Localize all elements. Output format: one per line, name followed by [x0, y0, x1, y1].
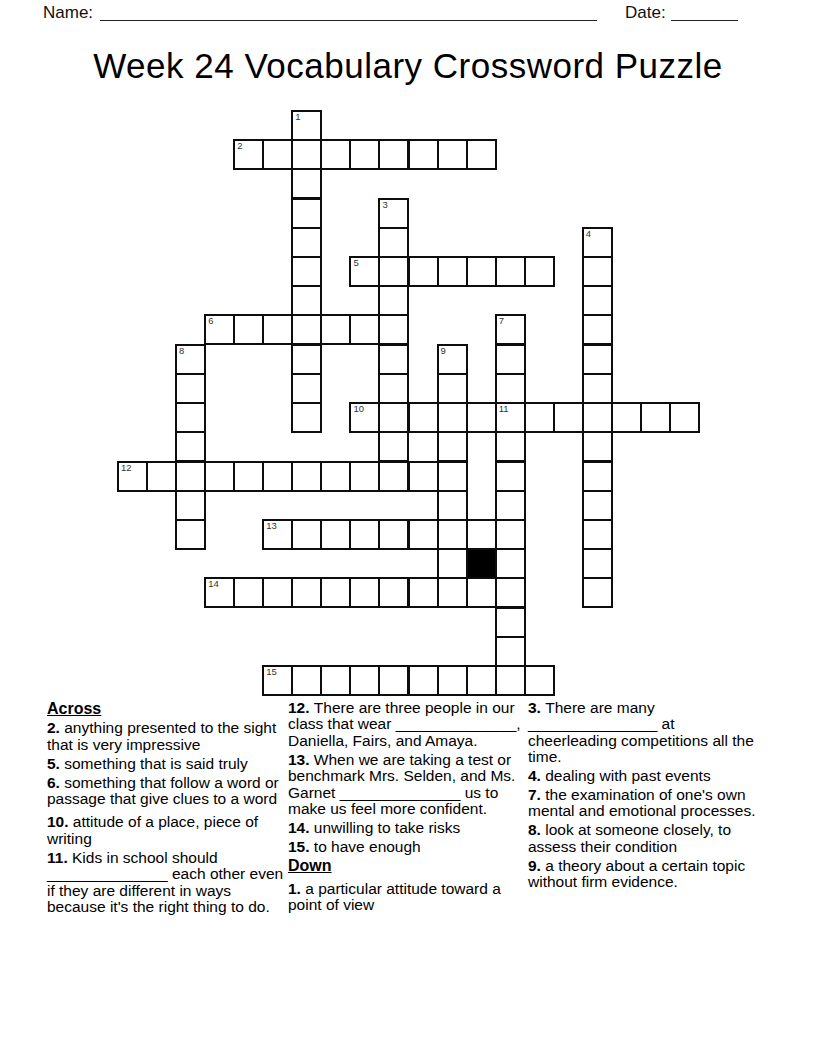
grid-cell[interactable]	[291, 314, 322, 345]
down-clue-8: 8. look at someone closely, to assess th…	[528, 822, 766, 855]
grid-cell[interactable]: 3	[378, 198, 409, 229]
grid-cell[interactable]	[204, 461, 235, 492]
grid-cell[interactable]	[582, 344, 613, 375]
grid-cell[interactable]	[495, 373, 526, 404]
grid-cell[interactable]	[582, 285, 613, 316]
clue-number: 3	[382, 200, 387, 210]
clue-number-label: 3.	[528, 699, 545, 716]
grid-cell[interactable]	[291, 198, 322, 229]
grid-cell[interactable]	[349, 519, 380, 550]
blocked-cell	[466, 548, 497, 579]
grid-cell[interactable]	[408, 402, 439, 433]
clue-number: 14	[208, 579, 219, 589]
grid-cell[interactable]	[320, 577, 351, 608]
grid-cell[interactable]	[291, 461, 322, 492]
grid-cell[interactable]	[291, 285, 322, 316]
grid-cell[interactable]	[291, 139, 322, 170]
grid-cell[interactable]	[378, 344, 409, 375]
grid-cell[interactable]	[262, 577, 293, 608]
grid-cell[interactable]	[437, 139, 468, 170]
clue-number: 12	[121, 463, 132, 473]
worksheet-page: Name: Date: Week 24 Vocabulary Crossword…	[0, 0, 816, 1056]
clue-text: to have enough	[314, 838, 421, 855]
grid-cell[interactable]	[378, 227, 409, 258]
grid-cell[interactable]	[611, 402, 642, 433]
grid-cell[interactable]	[320, 314, 351, 345]
clue-number-label: 12.	[288, 699, 314, 716]
clue-number-label: 11.	[47, 849, 72, 866]
grid-cell[interactable]	[408, 256, 439, 287]
grid-cell[interactable]	[291, 344, 322, 375]
clue-number: 9	[441, 346, 446, 356]
clue-number: 13	[266, 521, 277, 531]
across-clue-5: 5. something that is said truly	[47, 756, 285, 772]
clue-number: 10	[353, 404, 364, 414]
grid-cell[interactable]	[495, 490, 526, 521]
across-clue-2: 2. anything presented to the sight that …	[47, 720, 285, 753]
grid-cell[interactable]	[320, 139, 351, 170]
grid-cell[interactable]	[408, 461, 439, 492]
clue-number-label: 10.	[47, 813, 73, 830]
down-heading: Down	[288, 858, 526, 874]
grid-cell[interactable]	[437, 548, 468, 579]
clue-number-label: 1.	[288, 880, 305, 897]
across-clue-10: 10. attitude of a place, piece of writin…	[47, 814, 285, 847]
grid-cell[interactable]: 5	[349, 256, 380, 287]
grid-cell[interactable]	[582, 431, 613, 462]
grid-cell[interactable]	[495, 607, 526, 638]
clue-number: 15	[266, 667, 277, 677]
clue-text: Kids in school should ______________ eac…	[47, 849, 283, 915]
grid-cell[interactable]	[437, 431, 468, 462]
down-clue-1: 1. a particular attitude toward a point …	[288, 881, 526, 914]
grid-cell[interactable]	[378, 519, 409, 550]
grid-cell[interactable]	[466, 665, 497, 696]
grid-cell[interactable]	[291, 665, 322, 696]
grid-cell[interactable]	[437, 402, 468, 433]
grid-cell[interactable]	[669, 402, 700, 433]
clue-text: the examination of one's own mental and …	[528, 786, 755, 819]
clue-number-label: 13.	[288, 751, 314, 768]
grid-cell[interactable]	[582, 548, 613, 579]
clue-text: attitude of a place, piece of writing	[47, 813, 258, 846]
grid-cell[interactable]	[495, 519, 526, 550]
grid-cell[interactable]	[291, 519, 322, 550]
grid-cell[interactable]	[582, 402, 613, 433]
grid-cell[interactable]	[262, 461, 293, 492]
grid-cell[interactable]	[408, 577, 439, 608]
grid-cell[interactable]: 12	[117, 461, 148, 492]
grid-cell[interactable]	[378, 402, 409, 433]
grid-cell[interactable]	[262, 139, 293, 170]
grid-cell[interactable]: 9	[437, 344, 468, 375]
grid-cell[interactable]	[495, 548, 526, 579]
grid-cell[interactable]	[233, 577, 264, 608]
grid-cell[interactable]	[378, 461, 409, 492]
clue-text: something that is said truly	[64, 755, 248, 772]
grid-cell[interactable]	[524, 665, 555, 696]
grid-cell[interactable]	[466, 577, 497, 608]
crossword-grid: 123456789101112131415	[0, 0, 816, 710]
clues-column-left: Across2. anything presented to the sight…	[47, 700, 285, 918]
grid-cell[interactable]	[437, 256, 468, 287]
across-clue-14: 14. unwilling to take risks	[288, 820, 526, 836]
grid-cell[interactable]	[437, 665, 468, 696]
grid-cell[interactable]	[175, 373, 206, 404]
clue-number-label: 9.	[528, 857, 545, 874]
clue-number-label: 6.	[47, 774, 64, 791]
grid-cell[interactable]	[437, 577, 468, 608]
clue-text: a particular attitude toward a point of …	[288, 880, 501, 913]
clue-number-label: 5.	[47, 755, 64, 772]
clue-number: 7	[499, 316, 504, 326]
grid-cell[interactable]	[349, 665, 380, 696]
grid-cell[interactable]	[262, 314, 293, 345]
grid-cell[interactable]	[495, 344, 526, 375]
grid-cell[interactable]	[466, 402, 497, 433]
grid-cell[interactable]	[291, 402, 322, 433]
clues-column-middle: 12. There are three people in our class …	[288, 700, 526, 916]
grid-cell[interactable]	[175, 490, 206, 521]
grid-cell[interactable]: 11	[495, 402, 526, 433]
grid-cell[interactable]	[349, 314, 380, 345]
grid-cell[interactable]	[378, 665, 409, 696]
down-clue-4: 4. dealing with past events	[528, 768, 766, 784]
grid-cell[interactable]	[291, 168, 322, 199]
grid-cell[interactable]	[437, 490, 468, 521]
clues-column-right: 3. There are many _______________ at che…	[528, 700, 766, 893]
clue-text: something that follow a word or passage …	[47, 774, 279, 807]
grid-cell[interactable]	[291, 227, 322, 258]
grid-cell[interactable]	[175, 431, 206, 462]
grid-cell[interactable]	[408, 139, 439, 170]
grid-cell[interactable]	[175, 402, 206, 433]
clue-number: 1	[295, 112, 300, 122]
grid-cell[interactable]	[291, 577, 322, 608]
grid-cell[interactable]: 8	[175, 344, 206, 375]
grid-cell[interactable]	[233, 314, 264, 345]
grid-cell[interactable]	[582, 256, 613, 287]
grid-cell[interactable]: 13	[262, 519, 293, 550]
grid-cell[interactable]	[640, 402, 671, 433]
clue-number: 8	[179, 346, 184, 356]
grid-cell[interactable]	[378, 431, 409, 462]
grid-cell[interactable]	[466, 139, 497, 170]
grid-cell[interactable]	[582, 373, 613, 404]
grid-cell[interactable]	[175, 519, 206, 550]
grid-cell[interactable]	[408, 665, 439, 696]
clue-number-label: 4.	[528, 767, 545, 784]
grid-cell[interactable]	[378, 314, 409, 345]
grid-cell[interactable]	[582, 461, 613, 492]
clue-number-label: 7.	[528, 786, 545, 803]
across-clue-11: 11. Kids in school should ______________…	[47, 850, 285, 916]
grid-cell[interactable]	[553, 402, 584, 433]
grid-cell[interactable]	[466, 256, 497, 287]
across-clue-13: 13. When we are taking a test or benchma…	[288, 752, 526, 818]
grid-cell[interactable]	[437, 373, 468, 404]
grid-cell[interactable]	[175, 461, 206, 492]
grid-cell[interactable]	[437, 461, 468, 492]
grid-cell[interactable]	[233, 461, 264, 492]
grid-cell[interactable]: 4	[582, 227, 613, 258]
grid-cell[interactable]	[320, 461, 351, 492]
grid-cell[interactable]	[146, 461, 177, 492]
down-clue-3: 3. There are many _______________ at che…	[528, 700, 766, 766]
grid-cell[interactable]	[495, 577, 526, 608]
grid-cell[interactable]	[495, 431, 526, 462]
grid-cell[interactable]	[524, 402, 555, 433]
grid-cell[interactable]	[349, 139, 380, 170]
across-clue-6: 6. something that follow a word or passa…	[47, 775, 285, 808]
grid-cell[interactable]	[495, 256, 526, 287]
grid-cell[interactable]	[378, 577, 409, 608]
grid-cell[interactable]	[582, 314, 613, 345]
down-clue-7: 7. the examination of one's own mental a…	[528, 787, 766, 820]
grid-cell[interactable]	[582, 519, 613, 550]
grid-cell[interactable]	[495, 636, 526, 667]
clue-number: 5	[353, 258, 358, 268]
grid-cell[interactable]	[378, 139, 409, 170]
clue-number-label: 14.	[288, 819, 314, 836]
grid-cell[interactable]: 1	[291, 110, 322, 141]
grid-cell[interactable]: 10	[349, 402, 380, 433]
clue-number-label: 15.	[288, 838, 314, 855]
grid-cell[interactable]	[349, 461, 380, 492]
grid-cell[interactable]: 15	[262, 665, 293, 696]
clue-text: unwilling to take risks	[314, 819, 460, 836]
clue-number: 4	[586, 229, 591, 239]
clue-number-label: 8.	[528, 821, 545, 838]
clue-text: look at someone closely, to assess their…	[528, 821, 731, 854]
grid-cell[interactable]	[495, 665, 526, 696]
grid-cell[interactable]	[291, 373, 322, 404]
grid-cell[interactable]	[291, 256, 322, 287]
clue-text: dealing with past events	[545, 767, 710, 784]
grid-cell[interactable]	[378, 285, 409, 316]
grid-cell[interactable]	[320, 665, 351, 696]
grid-cell[interactable]	[378, 256, 409, 287]
clue-number: 6	[208, 316, 213, 326]
clue-text: There are many _______________ at cheerl…	[528, 699, 754, 765]
clue-number-label: 2.	[47, 719, 64, 736]
grid-cell[interactable]: 14	[204, 577, 235, 608]
grid-cell[interactable]	[524, 256, 555, 287]
clue-text: a theory about a certain topic without f…	[528, 857, 745, 890]
grid-cell[interactable]	[437, 519, 468, 550]
clue-text: anything presented to the sight that is …	[47, 719, 276, 752]
grid-cell[interactable]: 7	[495, 314, 526, 345]
clue-number: 2	[237, 141, 242, 151]
across-clue-15: 15. to have enough	[288, 839, 526, 855]
grid-cell[interactable]	[582, 490, 613, 521]
grid-cell[interactable]	[378, 373, 409, 404]
across-heading: Across	[47, 701, 285, 717]
grid-cell[interactable]	[582, 577, 613, 608]
across-clue-12: 12. There are three people in our class …	[288, 700, 526, 749]
grid-cell[interactable]: 2	[233, 139, 264, 170]
grid-cell[interactable]	[408, 519, 439, 550]
grid-cell[interactable]	[495, 461, 526, 492]
grid-cell[interactable]	[466, 519, 497, 550]
clue-text: There are three people in our class that…	[288, 699, 521, 749]
clue-number: 11	[499, 404, 509, 414]
down-clue-9: 9. a theory about a certain topic withou…	[528, 858, 766, 891]
clue-text: When we are taking a test or benchmark M…	[288, 751, 515, 817]
grid-cell[interactable]: 6	[204, 314, 235, 345]
grid-cell[interactable]	[349, 577, 380, 608]
grid-cell[interactable]	[320, 519, 351, 550]
